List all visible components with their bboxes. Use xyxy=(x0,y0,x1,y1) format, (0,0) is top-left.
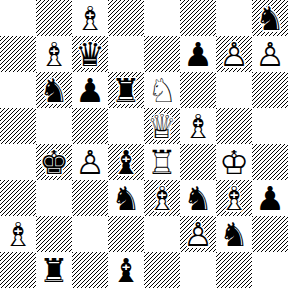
square-h5[interactable] xyxy=(252,108,288,144)
square-e7[interactable] xyxy=(144,36,180,72)
square-h6[interactable] xyxy=(252,72,288,108)
white-bishop[interactable]: ♗ xyxy=(72,0,108,36)
white-bishop-fill: ♝ xyxy=(216,180,252,216)
square-a7[interactable] xyxy=(0,36,36,72)
white-bishop[interactable]: ♗ xyxy=(36,36,72,72)
square-b4[interactable]: ♚ xyxy=(36,144,72,180)
square-f8[interactable] xyxy=(180,0,216,36)
square-a5[interactable] xyxy=(0,108,36,144)
black-bishop[interactable]: ♝ xyxy=(108,252,144,288)
white-queen[interactable]: ♕ xyxy=(144,108,180,144)
square-b6[interactable]: ♞ xyxy=(36,72,72,108)
black-bishop[interactable]: ♝ xyxy=(108,144,144,180)
white-bishop[interactable]: ♗ xyxy=(0,216,36,252)
square-c3[interactable] xyxy=(72,180,108,216)
black-pawn[interactable]: ♟ xyxy=(72,72,108,108)
white-king-fill: ♚ xyxy=(216,144,252,180)
square-h2[interactable] xyxy=(252,216,288,252)
square-g7[interactable]: ♟♙ xyxy=(216,36,252,72)
square-h3[interactable]: ♟ xyxy=(252,180,288,216)
square-a4[interactable] xyxy=(0,144,36,180)
square-g5[interactable] xyxy=(216,108,252,144)
square-g2[interactable]: ♞ xyxy=(216,216,252,252)
chess-board: ♝♗♞♝♗♛♟♟♙♟♙♞♟♜♞♘♛♕♝♗♚♟♙♝♜♖♚♔♞♝♗♞♝♗♟♝♗♟♙♞… xyxy=(0,0,288,288)
black-rook[interactable]: ♜ xyxy=(108,72,144,108)
black-pawn[interactable]: ♟ xyxy=(252,180,288,216)
white-rook[interactable]: ♖ xyxy=(144,144,180,180)
square-e4[interactable]: ♜♖ xyxy=(144,144,180,180)
square-d5[interactable] xyxy=(108,108,144,144)
white-rook-fill: ♜ xyxy=(144,144,180,180)
square-c8[interactable]: ♝♗ xyxy=(72,0,108,36)
white-pawn[interactable]: ♙ xyxy=(216,36,252,72)
square-h7[interactable]: ♟♙ xyxy=(252,36,288,72)
square-b8[interactable] xyxy=(36,0,72,36)
square-d3[interactable]: ♞ xyxy=(108,180,144,216)
white-pawn[interactable]: ♙ xyxy=(180,216,216,252)
black-knight[interactable]: ♞ xyxy=(180,180,216,216)
square-e8[interactable] xyxy=(144,0,180,36)
square-a2[interactable]: ♝♗ xyxy=(0,216,36,252)
white-bishop-fill: ♝ xyxy=(36,36,72,72)
square-e2[interactable] xyxy=(144,216,180,252)
square-f6[interactable] xyxy=(180,72,216,108)
square-h1[interactable] xyxy=(252,252,288,288)
black-rook[interactable]: ♜ xyxy=(36,252,72,288)
square-f5[interactable]: ♝♗ xyxy=(180,108,216,144)
square-h4[interactable] xyxy=(252,144,288,180)
square-d8[interactable] xyxy=(108,0,144,36)
white-bishop[interactable]: ♗ xyxy=(144,180,180,216)
square-c6[interactable]: ♟ xyxy=(72,72,108,108)
square-c1[interactable] xyxy=(72,252,108,288)
square-g1[interactable] xyxy=(216,252,252,288)
square-e5[interactable]: ♛♕ xyxy=(144,108,180,144)
square-g3[interactable]: ♝♗ xyxy=(216,180,252,216)
square-b2[interactable] xyxy=(36,216,72,252)
white-queen-fill: ♛ xyxy=(144,108,180,144)
square-a1[interactable] xyxy=(0,252,36,288)
square-d1[interactable]: ♝ xyxy=(108,252,144,288)
black-knight[interactable]: ♞ xyxy=(252,0,288,36)
white-bishop[interactable]: ♗ xyxy=(216,180,252,216)
square-g6[interactable] xyxy=(216,72,252,108)
black-king[interactable]: ♚ xyxy=(36,144,72,180)
square-c5[interactable] xyxy=(72,108,108,144)
white-knight-fill: ♞ xyxy=(144,72,180,108)
square-b1[interactable]: ♜ xyxy=(36,252,72,288)
black-knight[interactable]: ♞ xyxy=(108,180,144,216)
square-d4[interactable]: ♝ xyxy=(108,144,144,180)
square-g4[interactable]: ♚♔ xyxy=(216,144,252,180)
white-bishop-fill: ♝ xyxy=(180,108,216,144)
square-h8[interactable]: ♞ xyxy=(252,0,288,36)
white-bishop-fill: ♝ xyxy=(0,216,36,252)
white-bishop-fill: ♝ xyxy=(144,180,180,216)
square-a8[interactable] xyxy=(0,0,36,36)
white-pawn-fill: ♟ xyxy=(252,36,288,72)
square-a6[interactable] xyxy=(0,72,36,108)
square-e3[interactable]: ♝♗ xyxy=(144,180,180,216)
square-f7[interactable]: ♟ xyxy=(180,36,216,72)
white-pawn-fill: ♟ xyxy=(180,216,216,252)
square-c7[interactable]: ♛ xyxy=(72,36,108,72)
square-b3[interactable] xyxy=(36,180,72,216)
square-c2[interactable] xyxy=(72,216,108,252)
square-g8[interactable] xyxy=(216,0,252,36)
white-king[interactable]: ♔ xyxy=(216,144,252,180)
square-b7[interactable]: ♝♗ xyxy=(36,36,72,72)
square-b5[interactable] xyxy=(36,108,72,144)
square-f4[interactable] xyxy=(180,144,216,180)
square-f1[interactable] xyxy=(180,252,216,288)
black-knight[interactable]: ♞ xyxy=(36,72,72,108)
white-pawn[interactable]: ♙ xyxy=(72,144,108,180)
white-pawn[interactable]: ♙ xyxy=(252,36,288,72)
white-knight[interactable]: ♘ xyxy=(144,72,180,108)
square-d7[interactable] xyxy=(108,36,144,72)
black-pawn[interactable]: ♟ xyxy=(180,36,216,72)
square-e1[interactable] xyxy=(144,252,180,288)
square-a3[interactable] xyxy=(0,180,36,216)
square-f2[interactable]: ♟♙ xyxy=(180,216,216,252)
square-f3[interactable]: ♞ xyxy=(180,180,216,216)
white-pawn-fill: ♟ xyxy=(216,36,252,72)
white-bishop-fill: ♝ xyxy=(72,0,108,36)
black-queen[interactable]: ♛ xyxy=(72,36,108,72)
white-bishop[interactable]: ♗ xyxy=(180,108,216,144)
square-d6[interactable]: ♜ xyxy=(108,72,144,108)
square-d2[interactable] xyxy=(108,216,144,252)
square-c4[interactable]: ♟♙ xyxy=(72,144,108,180)
square-e6[interactable]: ♞♘ xyxy=(144,72,180,108)
white-pawn-fill: ♟ xyxy=(72,144,108,180)
black-knight[interactable]: ♞ xyxy=(216,216,252,252)
